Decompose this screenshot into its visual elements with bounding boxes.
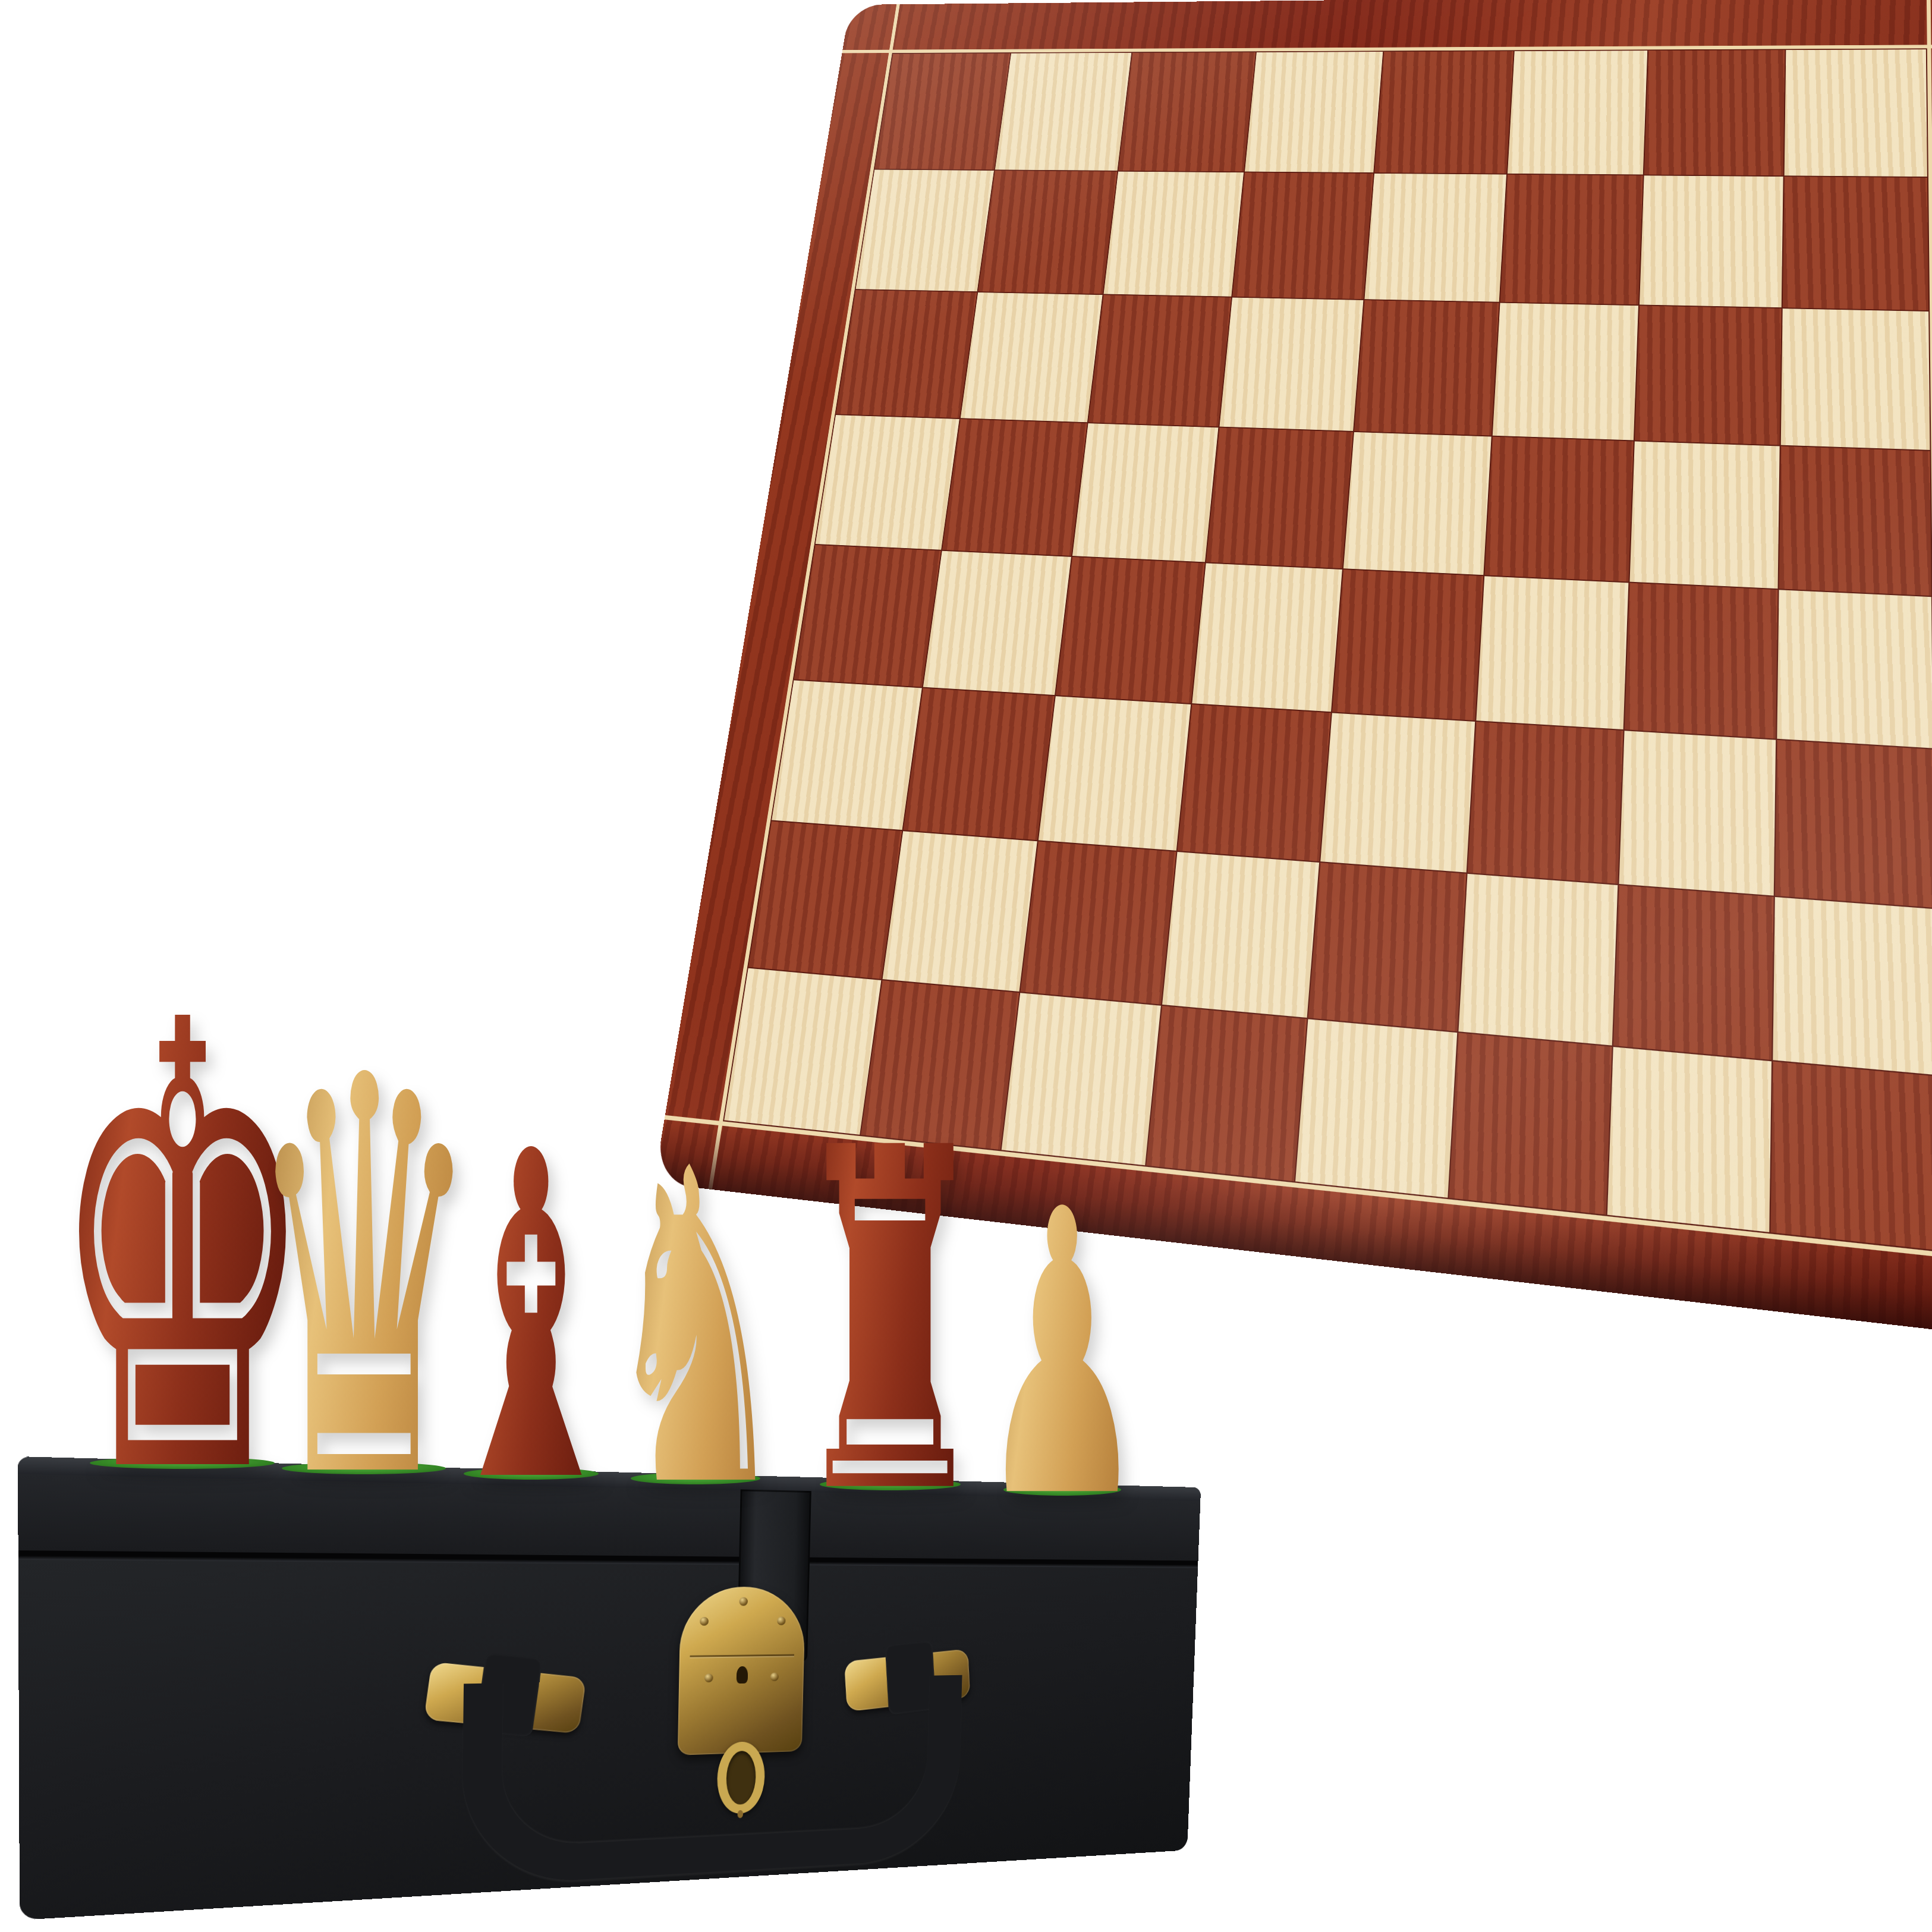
rivet [704, 1673, 713, 1682]
board-square [961, 292, 1103, 422]
chess-piece-pawn: ♟ [866, 1159, 1258, 1552]
board-square [1771, 1062, 1932, 1251]
board-square [1308, 863, 1467, 1031]
product-photo-stage: ♚ ♛ ♝ ♞ ♜ ♟ [0, 0, 1932, 1932]
board-square [1332, 569, 1483, 720]
board-square [1104, 172, 1244, 297]
clasp-crease-line [690, 1654, 794, 1657]
brass-clasp-lock [678, 1587, 806, 1755]
board-square [1320, 713, 1475, 872]
board-square [942, 419, 1087, 556]
board-square [1508, 51, 1647, 174]
board-square [1625, 583, 1778, 739]
keyhole [737, 1666, 748, 1684]
board-square [1354, 300, 1499, 436]
board-square [1449, 1033, 1612, 1214]
board-square [1146, 1006, 1307, 1181]
pawn-glyph: ♟ [978, 1159, 1147, 1552]
board-square [1245, 52, 1383, 172]
board-square [1640, 175, 1783, 307]
board-square [1232, 172, 1373, 299]
board-square [1343, 432, 1492, 575]
board-square [1607, 1047, 1771, 1232]
board-square [1295, 1019, 1457, 1197]
board-square [856, 169, 994, 291]
board-square [1364, 174, 1506, 302]
board-square [836, 290, 977, 418]
board-square [1635, 306, 1782, 445]
board-square [995, 53, 1131, 171]
board-square [816, 415, 959, 550]
board-square [1629, 441, 1779, 589]
board-square [1775, 740, 1932, 908]
board-square [1162, 852, 1319, 1018]
board-square [903, 688, 1055, 841]
board-square [1072, 423, 1219, 562]
board-square [1020, 841, 1176, 1004]
board-square [875, 54, 1011, 170]
board-square [1039, 696, 1191, 851]
board-square [1484, 437, 1634, 582]
board-square [1206, 427, 1353, 568]
board-square [1619, 731, 1776, 895]
board-square [1219, 298, 1363, 431]
board-square [1781, 309, 1930, 450]
board-square [1777, 590, 1932, 748]
board-square [1458, 874, 1618, 1046]
board-square [1192, 563, 1342, 712]
board-square [1118, 52, 1256, 172]
board-square [1613, 885, 1774, 1060]
board-square [1779, 446, 1931, 596]
board-square [748, 821, 902, 978]
board-square [1493, 303, 1638, 440]
board-square [978, 171, 1117, 294]
board-square [1088, 295, 1231, 426]
board-square [923, 551, 1071, 695]
board-square [1644, 50, 1785, 175]
board-square [1785, 49, 1927, 177]
rivet [770, 1673, 779, 1682]
board-square [1476, 576, 1628, 729]
board-square [794, 545, 941, 687]
board-square [1374, 51, 1513, 174]
rivet [700, 1617, 709, 1626]
rivet [739, 1597, 748, 1606]
board-square [1773, 897, 1932, 1075]
board-square [1056, 557, 1205, 703]
rivet [777, 1616, 785, 1625]
board-square [1178, 704, 1331, 861]
board-square [883, 831, 1037, 992]
board-square [1783, 177, 1928, 310]
board-square [772, 680, 922, 830]
board-square [1500, 175, 1643, 305]
board-square [1468, 722, 1623, 884]
